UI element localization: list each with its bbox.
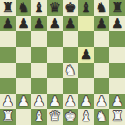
- black-rook[interactable]: ♜: [111, 1, 123, 15]
- square-b5[interactable]: [16, 47, 32, 63]
- square-f6[interactable]: [78, 31, 94, 47]
- square-d1[interactable]: ♛: [47, 109, 63, 125]
- square-g7[interactable]: ♟: [94, 16, 110, 32]
- square-e8[interactable]: ♚: [63, 0, 79, 16]
- square-g8[interactable]: ♞: [94, 0, 110, 16]
- square-e1[interactable]: ♚: [63, 109, 79, 125]
- square-b3[interactable]: [16, 78, 32, 94]
- square-b7[interactable]: ♟: [16, 16, 32, 32]
- square-a3[interactable]: [0, 78, 16, 94]
- square-f4[interactable]: [78, 63, 94, 79]
- square-f1[interactable]: ♝: [78, 109, 94, 125]
- black-pawn[interactable]: ♟: [2, 16, 14, 30]
- square-d6[interactable]: [47, 31, 63, 47]
- square-b6[interactable]: [16, 31, 32, 47]
- square-g6[interactable]: [94, 31, 110, 47]
- black-pawn[interactable]: ♟: [17, 16, 29, 30]
- white-pawn[interactable]: ♟: [80, 94, 92, 108]
- square-g5[interactable]: [94, 47, 110, 63]
- square-h6[interactable]: [109, 31, 125, 47]
- white-bishop[interactable]: ♝: [33, 110, 45, 124]
- square-a5[interactable]: [0, 47, 16, 63]
- square-c3[interactable]: [31, 78, 47, 94]
- square-c2[interactable]: ♟: [31, 94, 47, 110]
- square-h3[interactable]: [109, 78, 125, 94]
- white-queen[interactable]: ♛: [49, 110, 61, 124]
- square-g1[interactable]: ♞: [94, 109, 110, 125]
- white-king[interactable]: ♚: [64, 110, 76, 124]
- white-rook[interactable]: ♜: [111, 110, 123, 124]
- square-b4[interactable]: [16, 63, 32, 79]
- white-pawn[interactable]: ♟: [17, 94, 29, 108]
- square-d7[interactable]: ♟: [47, 16, 63, 32]
- square-f2[interactable]: ♟: [78, 94, 94, 110]
- square-e7[interactable]: ♟: [63, 16, 79, 32]
- white-pawn[interactable]: ♟: [2, 94, 14, 108]
- square-a1[interactable]: ♜: [0, 109, 16, 125]
- square-g3[interactable]: [94, 78, 110, 94]
- white-pawn[interactable]: ♟: [64, 94, 76, 108]
- square-b8[interactable]: ♞: [16, 0, 32, 16]
- square-a2[interactable]: ♟: [0, 94, 16, 110]
- white-pawn[interactable]: ♟: [49, 94, 61, 108]
- square-g4[interactable]: [94, 63, 110, 79]
- square-c5[interactable]: [31, 47, 47, 63]
- square-d8[interactable]: ♛: [47, 0, 63, 16]
- white-pawn[interactable]: ♟: [33, 94, 45, 108]
- square-c4[interactable]: [31, 63, 47, 79]
- black-pawn[interactable]: ♟: [111, 16, 123, 30]
- square-e4[interactable]: ♞: [63, 63, 79, 79]
- square-b1[interactable]: [16, 109, 32, 125]
- square-d4[interactable]: [47, 63, 63, 79]
- square-c1[interactable]: ♝: [31, 109, 47, 125]
- square-g2[interactable]: ♟: [94, 94, 110, 110]
- square-d3[interactable]: [47, 78, 63, 94]
- square-f7[interactable]: [78, 16, 94, 32]
- square-b2[interactable]: ♟: [16, 94, 32, 110]
- black-pawn[interactable]: ♟: [49, 16, 61, 30]
- square-h8[interactable]: ♜: [109, 0, 125, 16]
- black-king[interactable]: ♚: [64, 1, 76, 15]
- square-c6[interactable]: [31, 31, 47, 47]
- square-f3[interactable]: [78, 78, 94, 94]
- white-bishop[interactable]: ♝: [80, 110, 92, 124]
- square-c7[interactable]: ♟: [31, 16, 47, 32]
- black-pawn[interactable]: ♟: [96, 16, 108, 30]
- white-rook[interactable]: ♜: [2, 110, 14, 124]
- square-a6[interactable]: [0, 31, 16, 47]
- square-e3[interactable]: [63, 78, 79, 94]
- black-pawn[interactable]: ♟: [64, 16, 76, 30]
- square-h5[interactable]: [109, 47, 125, 63]
- square-c8[interactable]: ♝: [31, 0, 47, 16]
- black-knight[interactable]: ♞: [96, 1, 108, 15]
- square-a8[interactable]: ♜: [0, 0, 16, 16]
- black-pawn[interactable]: ♟: [33, 16, 45, 30]
- square-a7[interactable]: ♟: [0, 16, 16, 32]
- black-pawn[interactable]: ♟: [80, 47, 92, 61]
- square-d5[interactable]: [47, 47, 63, 63]
- square-h2[interactable]: ♟: [109, 94, 125, 110]
- chess-board: ♜♞♝♛♚♝♞♜♟♟♟♟♟♟♟♟♞♟♟♟♟♟♟♟♟♜♝♛♚♝♞♜: [0, 0, 125, 125]
- white-pawn[interactable]: ♟: [96, 94, 108, 108]
- black-queen[interactable]: ♛: [49, 1, 61, 15]
- square-h1[interactable]: ♜: [109, 109, 125, 125]
- white-knight[interactable]: ♞: [96, 110, 108, 124]
- square-f8[interactable]: ♝: [78, 0, 94, 16]
- white-pawn[interactable]: ♟: [111, 94, 123, 108]
- square-e2[interactable]: ♟: [63, 94, 79, 110]
- black-rook[interactable]: ♜: [2, 1, 14, 15]
- square-h7[interactable]: ♟: [109, 16, 125, 32]
- white-knight[interactable]: ♞: [64, 63, 76, 77]
- square-f5[interactable]: ♟: [78, 47, 94, 63]
- square-h4[interactable]: [109, 63, 125, 79]
- square-d2[interactable]: ♟: [47, 94, 63, 110]
- black-bishop[interactable]: ♝: [33, 1, 45, 15]
- black-bishop[interactable]: ♝: [80, 1, 92, 15]
- square-e5[interactable]: [63, 47, 79, 63]
- square-a4[interactable]: [0, 63, 16, 79]
- square-e6[interactable]: [63, 31, 79, 47]
- black-knight[interactable]: ♞: [17, 1, 29, 15]
